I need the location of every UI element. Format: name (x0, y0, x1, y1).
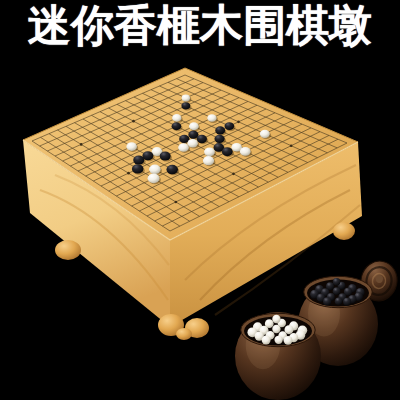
white-stone (182, 94, 190, 101)
white-stone (126, 142, 137, 151)
black-stone (166, 165, 178, 174)
white-stone-bowl-stone (284, 336, 293, 345)
black-stone (222, 147, 233, 156)
white-stone-bowl-stone (272, 325, 280, 333)
black-stone-bowl-stone (343, 298, 351, 306)
white-stone (187, 139, 197, 148)
product-photo: 迷你香榧木围棋墩 (0, 0, 400, 400)
board-foot (333, 222, 355, 240)
board-foot (55, 240, 81, 260)
white-stone (178, 143, 189, 152)
black-stone (197, 135, 207, 143)
hoshi-point (132, 120, 135, 123)
hoshi-point (237, 121, 240, 124)
white-stone (189, 122, 199, 130)
white-stone (207, 114, 216, 122)
white-stone (172, 114, 181, 122)
black-stone (215, 126, 225, 134)
black-stone-bowl-stone (335, 297, 343, 305)
white-stone-bowl-stone (274, 336, 282, 344)
white-stone-bowl-stone (272, 315, 280, 323)
black-stone (132, 164, 144, 173)
black-stone (181, 102, 190, 109)
board-foot (176, 328, 192, 340)
white-stone (148, 173, 160, 183)
hoshi-point (290, 144, 293, 147)
hoshi-point (175, 201, 178, 204)
hoshi-point (80, 143, 83, 146)
black-stone-bowl-stone (333, 278, 341, 286)
white-stone-bowl (235, 312, 321, 400)
black-stone (160, 152, 171, 161)
go-board-scene (0, 0, 400, 400)
hoshi-point (232, 173, 235, 176)
white-stone (204, 147, 215, 156)
black-stone (224, 122, 234, 130)
white-stone (149, 165, 161, 174)
white-stone (240, 147, 251, 156)
hoshi-point (127, 172, 130, 175)
white-stone (203, 156, 214, 165)
black-stone (214, 135, 224, 143)
black-stone-bowl-stone (323, 297, 331, 305)
white-stone-bowl-stone (262, 336, 271, 345)
black-stone-bowl-stone (333, 287, 341, 295)
black-stone (133, 155, 144, 164)
black-stone (172, 122, 182, 130)
white-stone (260, 130, 270, 138)
black-stone (188, 131, 198, 139)
